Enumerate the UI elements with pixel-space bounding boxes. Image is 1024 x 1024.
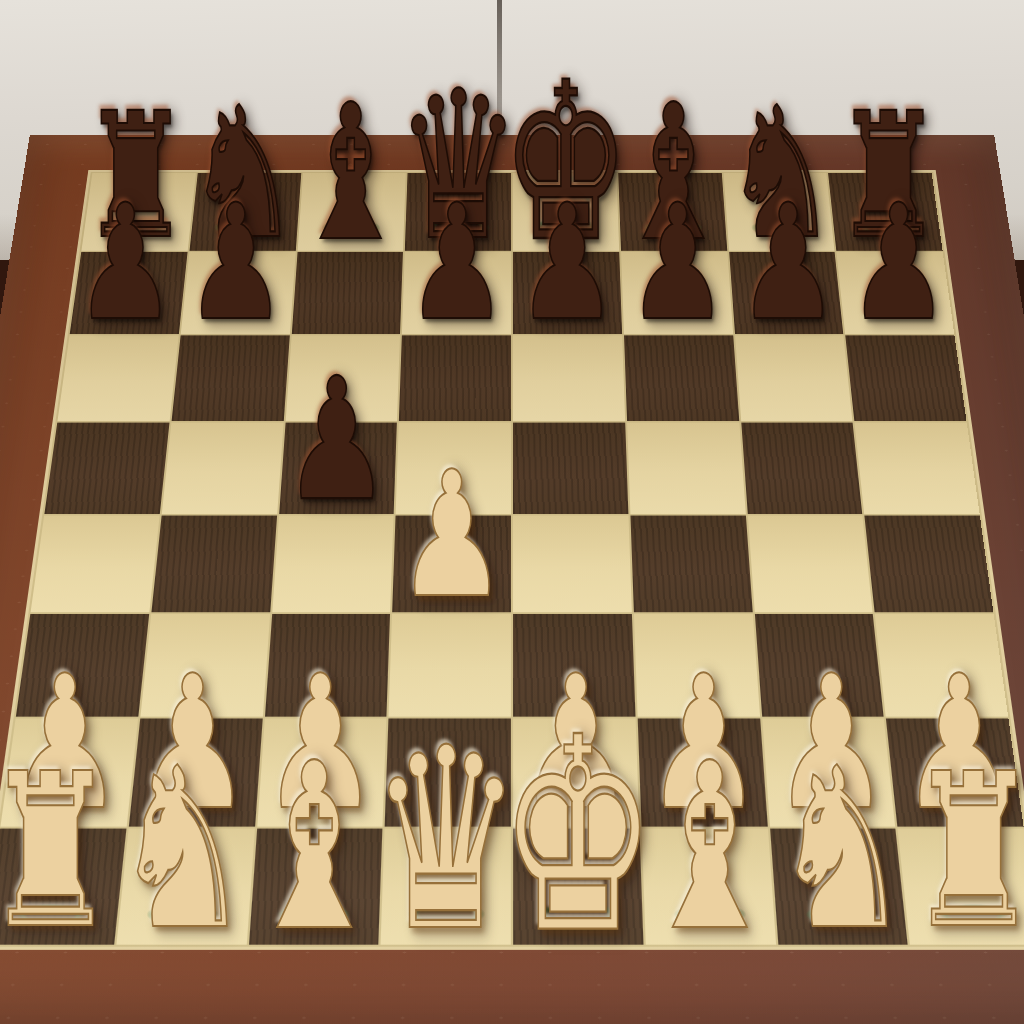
photo-scene: ♜♞♝♛♚♝♞♜♟♟♟♟♟♟♟♟♟♟♟♟♟♟♟♟♜♞♝♛♚♝♞♜ [0, 0, 1024, 1024]
square-f7 [621, 252, 733, 334]
square-g1 [770, 829, 908, 945]
square-e8 [513, 173, 619, 250]
square-g3 [754, 614, 883, 716]
square-e4 [513, 516, 632, 613]
square-e3 [513, 614, 635, 716]
square-d7 [402, 252, 511, 334]
square-g5 [741, 423, 863, 514]
square-b5 [162, 423, 284, 514]
square-d5 [396, 423, 511, 514]
square-a7 [70, 252, 188, 334]
square-f6 [624, 335, 739, 421]
square-a3 [16, 614, 149, 716]
square-b7 [181, 252, 296, 334]
square-h7 [837, 252, 955, 334]
square-d3 [389, 614, 511, 716]
square-b2 [129, 718, 263, 827]
square-f4 [630, 516, 752, 613]
square-c1 [248, 829, 382, 945]
square-a4 [31, 516, 160, 613]
square-h6 [845, 335, 966, 421]
square-c8 [297, 173, 406, 250]
chess-board [0, 170, 1024, 950]
square-e6 [513, 335, 625, 421]
square-b3 [140, 614, 269, 716]
square-c7 [291, 252, 403, 334]
square-b6 [171, 335, 289, 421]
square-e5 [513, 423, 628, 514]
square-d8 [405, 173, 511, 250]
square-c4 [272, 516, 394, 613]
square-d1 [381, 829, 511, 945]
square-c3 [264, 614, 390, 716]
board-frame [0, 135, 1024, 1024]
square-g4 [747, 516, 872, 613]
square-b8 [189, 173, 301, 250]
square-g7 [729, 252, 844, 334]
square-d2 [385, 718, 511, 827]
square-b1 [116, 829, 254, 945]
square-h8 [828, 173, 942, 250]
board-perspective-layer [0, 0, 1024, 1024]
square-b4 [151, 516, 276, 613]
square-g2 [762, 718, 896, 827]
square-c2 [257, 718, 387, 827]
square-c6 [285, 335, 400, 421]
square-f1 [641, 829, 775, 945]
square-f5 [627, 423, 745, 514]
square-g8 [723, 173, 835, 250]
square-a1 [0, 829, 126, 945]
square-c5 [279, 423, 397, 514]
square-f2 [637, 718, 767, 827]
square-a6 [57, 335, 178, 421]
square-e1 [513, 829, 643, 945]
square-f8 [618, 173, 727, 250]
square-g6 [735, 335, 853, 421]
square-d6 [399, 335, 511, 421]
square-f3 [634, 614, 760, 716]
square-h2 [886, 718, 1024, 827]
square-e2 [513, 718, 639, 827]
square-a2 [0, 718, 138, 827]
square-h5 [855, 423, 980, 514]
square-h1 [898, 829, 1024, 945]
square-e7 [513, 252, 622, 334]
square-a5 [44, 423, 169, 514]
square-d4 [392, 516, 511, 613]
square-a8 [81, 173, 195, 250]
square-h4 [865, 516, 994, 613]
square-h3 [875, 614, 1008, 716]
